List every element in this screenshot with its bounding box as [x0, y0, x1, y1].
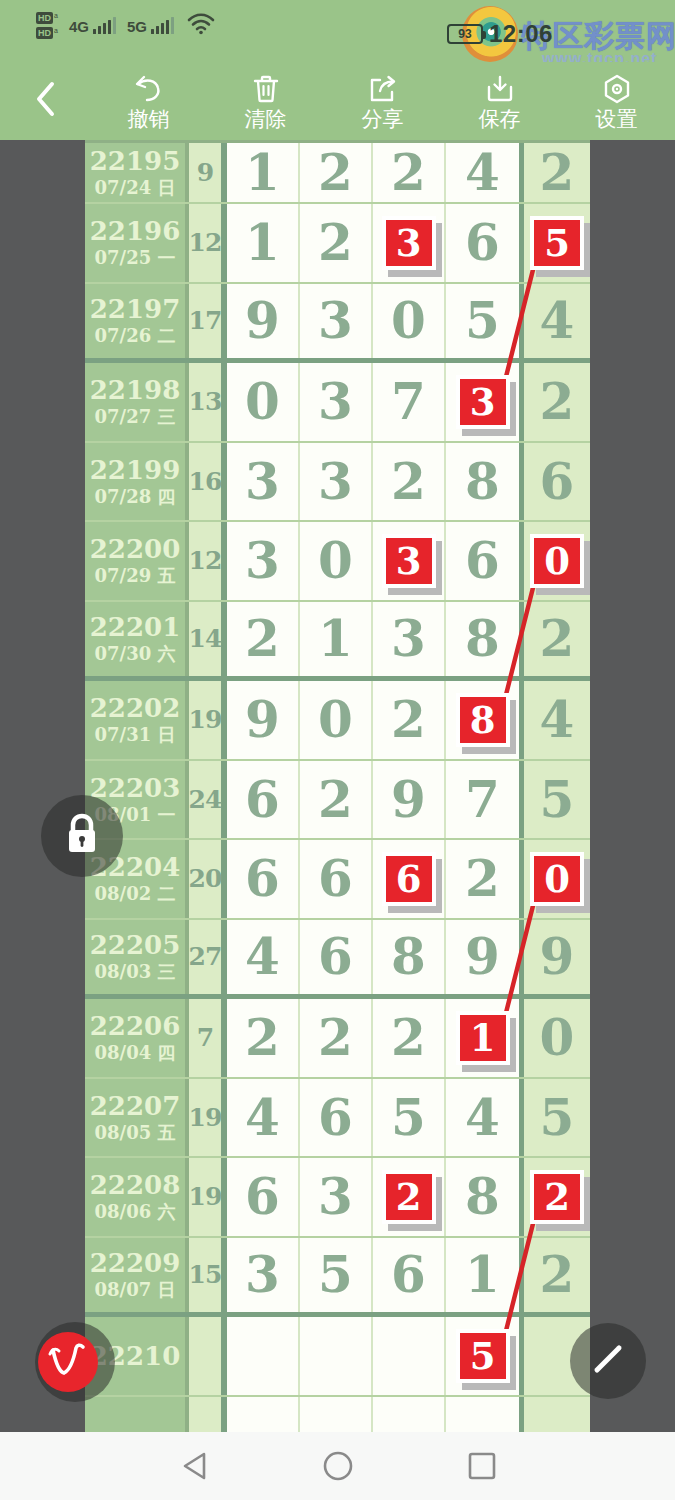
marked-number[interactable]: 3: [382, 534, 436, 588]
digit-cell[interactable]: 1: [227, 204, 300, 282]
sum-cell: [189, 1397, 227, 1433]
signature-tool-button[interactable]: [35, 1322, 115, 1402]
sum-cell: 19: [189, 681, 227, 759]
digit-cell[interactable]: 1: [227, 143, 300, 202]
signature-red-circle[interactable]: [38, 1332, 98, 1392]
last-digit-cell[interactable]: 2: [524, 602, 590, 677]
marked-number[interactable]: 2: [530, 1170, 584, 1224]
sum-cell: 17: [189, 284, 227, 359]
digit-cell[interactable]: 6: [446, 522, 524, 600]
issue-cell: 2220808/06 六: [85, 1158, 189, 1236]
toolbar: 撤销 清除 分享 保存: [0, 62, 675, 140]
issue-number: 22195: [90, 146, 180, 176]
digit-cell[interactable]: 8: [446, 443, 524, 521]
digit-cell[interactable]: 6: [227, 840, 300, 918]
sum-cell: 9: [189, 143, 227, 202]
digit-cell[interactable]: 0: [373, 284, 446, 359]
undo-icon: [132, 73, 166, 105]
issue-cell: 2220608/04 四: [85, 999, 189, 1077]
digit-cell[interactable]: 1: [446, 999, 524, 1077]
issue-cell: 2220107/30 六: [85, 602, 189, 677]
issue-number: 22197: [90, 294, 180, 324]
digit-cell[interactable]: 3: [373, 602, 446, 677]
issue-number: 22196: [90, 216, 180, 246]
back-button[interactable]: [0, 62, 90, 140]
digit-cell[interactable]: 8: [373, 920, 446, 995]
last-digit-cell[interactable]: 0: [524, 999, 590, 1077]
chart-row: 222105: [85, 1317, 590, 1397]
issue-number: 22209: [90, 1248, 180, 1278]
status-bar: 特区彩票网 www.tqcp.net HDa HDa 4G 5G: [0, 0, 675, 62]
issue-date: 08/03 三: [95, 960, 176, 983]
issue-date: 07/28 四: [95, 485, 176, 508]
lock-icon: [62, 812, 102, 860]
chart-row-partial: [85, 1397, 590, 1433]
sum-cell: 12: [189, 204, 227, 282]
issue-date: 07/24 日: [95, 176, 176, 199]
digit-cell[interactable]: 8: [446, 602, 524, 677]
marked-number[interactable]: 0: [530, 534, 584, 588]
marked-number[interactable]: 8: [456, 693, 510, 747]
last-digit-cell: [524, 1397, 590, 1433]
digit-cell[interactable]: 7: [446, 761, 524, 839]
issue-number: 22201: [90, 612, 180, 642]
issue-number: 22203: [90, 773, 180, 803]
signal-bars-icon: [151, 17, 174, 34]
last-digit-cell[interactable]: 4: [524, 284, 590, 359]
digit-cell[interactable]: 3: [227, 443, 300, 521]
trend-chart: 2219507/24 日9122422219607/25 一1212365221…: [85, 140, 590, 1432]
last-digit-cell[interactable]: 9: [524, 920, 590, 995]
sum-cell: 7: [189, 999, 227, 1077]
nav-recents-button[interactable]: [464, 1448, 500, 1484]
issue-cell: 2219907/28 四: [85, 443, 189, 521]
sum-cell: 24: [189, 761, 227, 839]
issue-date: 08/06 六: [95, 1200, 176, 1223]
chart-row: 2220608/04 四722210: [85, 999, 590, 1079]
digit-cell: [300, 1397, 373, 1433]
last-digit-cell[interactable]: 5: [524, 1079, 590, 1157]
digit-cell[interactable]: 2: [227, 602, 300, 677]
issue-date: 08/07 日: [95, 1278, 176, 1301]
issue-cell: 2220708/05 五: [85, 1079, 189, 1157]
chart-row: 2220508/03 三2746899: [85, 920, 590, 1000]
digit-cell[interactable]: 5: [300, 1238, 373, 1313]
digit-cell[interactable]: 5: [446, 284, 524, 359]
share-label: 分享: [362, 108, 404, 130]
pen-line-icon: [585, 1336, 631, 1386]
signal-4g: 4G: [69, 17, 116, 34]
issue-number: 22202: [90, 693, 180, 723]
last-digit-cell[interactable]: 5: [524, 204, 590, 282]
save-label: 保存: [479, 108, 521, 130]
digit-cell[interactable]: 0: [227, 363, 300, 441]
chart-row: 2220308/01 一2462975: [85, 761, 590, 841]
clear-button[interactable]: 清除: [207, 62, 324, 140]
digit-cell[interactable]: 2: [300, 204, 373, 282]
issue-number: 22207: [90, 1091, 180, 1121]
digit-cell[interactable]: 2: [373, 143, 446, 202]
signal-bars-icon: [93, 17, 116, 34]
sum-cell: 20: [189, 840, 227, 918]
sum-cell: 13: [189, 363, 227, 441]
issue-cell: 2220508/03 三: [85, 920, 189, 995]
signal-5g: 5G: [127, 17, 174, 34]
sum-cell: 19: [189, 1158, 227, 1236]
issue-cell: 2220908/07 日: [85, 1238, 189, 1313]
digit-cell[interactable]: [373, 1317, 446, 1395]
wifi-icon: [187, 12, 215, 39]
digit-cell[interactable]: 2: [373, 1158, 446, 1236]
digit-cell[interactable]: 6: [300, 920, 373, 995]
last-digit-cell[interactable]: 2: [524, 363, 590, 441]
status-left-cluster: HDa HDa 4G 5G: [36, 12, 215, 39]
issue-cell: 2220007/29 五: [85, 522, 189, 600]
digit-cell[interactable]: 9: [446, 920, 524, 995]
hd-badges: HDa HDa: [36, 12, 58, 39]
digit-cell[interactable]: 2: [446, 840, 524, 918]
digit-cell[interactable]: 2: [373, 443, 446, 521]
hd-icon: HD: [36, 27, 53, 39]
digit-cell: [446, 1397, 524, 1433]
digit-cell[interactable]: 2: [373, 999, 446, 1077]
digit-cell[interactable]: 3: [227, 1238, 300, 1313]
digit-cell[interactable]: 1: [300, 602, 373, 677]
chart-row: 2220107/30 六1421382: [85, 602, 590, 682]
digit-cell[interactable]: [300, 1317, 373, 1395]
last-digit-cell[interactable]: 2: [524, 1158, 590, 1236]
issue-number: 22199: [90, 455, 180, 485]
digit-cell[interactable]: 8: [446, 681, 524, 759]
signature-v-icon: [46, 1340, 90, 1384]
digit-cell[interactable]: 4: [446, 143, 524, 202]
digit-cell[interactable]: 2: [300, 999, 373, 1077]
digit-cell[interactable]: 7: [373, 363, 446, 441]
digit-cell[interactable]: 9: [227, 284, 300, 359]
digit-cell[interactable]: [227, 1317, 300, 1395]
battery-icon: 93: [447, 24, 483, 44]
digit-cell[interactable]: 6: [446, 204, 524, 282]
digit-cell[interactable]: 6: [300, 1079, 373, 1157]
last-digit-cell[interactable]: 6: [524, 443, 590, 521]
issue-cell: 2219507/24 日: [85, 143, 189, 202]
marked-number[interactable]: 5: [456, 1329, 510, 1383]
save-button[interactable]: 保存: [441, 62, 558, 140]
issue-date: 08/02 二: [95, 882, 176, 905]
share-icon: [366, 73, 400, 105]
issue-number: 22200: [90, 534, 180, 564]
digit-cell[interactable]: 3: [300, 284, 373, 359]
last-digit-cell[interactable]: 2: [524, 143, 590, 202]
status-time: 12:06: [489, 20, 553, 48]
undo-label: 撤销: [128, 108, 170, 130]
digit-cell[interactable]: 6: [300, 840, 373, 918]
digit-cell[interactable]: 5: [446, 1317, 524, 1395]
digit-cell[interactable]: 0: [300, 522, 373, 600]
digit-cell[interactable]: 3: [300, 363, 373, 441]
sum-cell: 16: [189, 443, 227, 521]
clear-label: 清除: [245, 108, 287, 130]
marked-number[interactable]: 3: [382, 216, 436, 270]
issue-cell: 2220207/31 日: [85, 681, 189, 759]
chart-row: 2220908/07 日1535612: [85, 1238, 590, 1318]
marked-number[interactable]: 1: [456, 1011, 510, 1065]
settings-gear-icon: [601, 73, 633, 105]
digit-cell[interactable]: 3: [373, 522, 446, 600]
marked-number[interactable]: 5: [530, 216, 584, 270]
chart-row: 2220708/05 五1946545: [85, 1079, 590, 1159]
chart-row: 2219607/25 一1212365: [85, 204, 590, 284]
last-digit-cell[interactable]: 2: [524, 1238, 590, 1313]
sum-cell: 15: [189, 1238, 227, 1313]
chart-row: 2219807/27 三1303732: [85, 363, 590, 443]
digit-cell[interactable]: 0: [300, 681, 373, 759]
last-digit-cell[interactable]: 4: [524, 681, 590, 759]
share-button[interactable]: 分享: [324, 62, 441, 140]
issue-cell: 2219707/26 二: [85, 284, 189, 359]
nav-home-button[interactable]: [320, 1448, 356, 1484]
issue-date: 07/25 一: [95, 246, 176, 269]
marked-number[interactable]: 2: [382, 1170, 436, 1224]
chart-row: 2219907/28 四1633286: [85, 443, 590, 523]
sum-cell: 19: [189, 1079, 227, 1157]
digit-cell[interactable]: 4: [446, 1079, 524, 1157]
chart-row: 2220808/06 六1963282: [85, 1158, 590, 1238]
hd-icon: HD: [36, 12, 53, 24]
digit-cell[interactable]: 1: [446, 1238, 524, 1313]
digit-cell[interactable]: 3: [446, 363, 524, 441]
issue-cell: 2219807/27 三: [85, 363, 189, 441]
issue-date: 07/30 六: [95, 642, 176, 665]
issue-number: 22205: [90, 930, 180, 960]
digit-cell[interactable]: 4: [227, 1079, 300, 1157]
sum-cell: 14: [189, 602, 227, 677]
digit-cell[interactable]: 6: [373, 840, 446, 918]
marked-number[interactable]: 6: [382, 852, 436, 906]
digit-cell[interactable]: 3: [300, 443, 373, 521]
nav-back-button[interactable]: [176, 1448, 212, 1484]
settings-label: 设置: [596, 108, 638, 130]
issue-date: 07/26 二: [95, 324, 176, 347]
digit-cell[interactable]: 6: [373, 1238, 446, 1313]
digit-cell[interactable]: 5: [373, 1079, 446, 1157]
chart-board: 2219507/24 日9122422219607/25 一1212365221…: [0, 140, 675, 1432]
marked-number[interactable]: 0: [530, 852, 584, 906]
trash-icon: [250, 73, 282, 105]
marked-number[interactable]: 3: [456, 375, 510, 429]
digit-cell[interactable]: 6: [227, 761, 300, 839]
chart-row: 2220007/29 五1230360: [85, 522, 590, 602]
last-digit-cell[interactable]: 0: [524, 840, 590, 918]
lock-button[interactable]: [41, 795, 123, 877]
issue-number: 22208: [90, 1170, 180, 1200]
last-digit-cell[interactable]: 0: [524, 522, 590, 600]
digit-cell[interactable]: 2: [300, 761, 373, 839]
digit-cell[interactable]: 2: [373, 681, 446, 759]
app-screen: 特区彩票网 www.tqcp.net HDa HDa 4G 5G: [0, 0, 675, 1500]
issue-date: 07/31 日: [95, 723, 176, 746]
net-4g-label: 4G: [69, 20, 89, 34]
digit-cell[interactable]: 2: [227, 999, 300, 1077]
sum-cell: 27: [189, 920, 227, 995]
draw-line-tool-button[interactable]: [570, 1323, 646, 1399]
net-5g-label: 5G: [127, 20, 147, 34]
android-nav-bar: [0, 1432, 675, 1500]
battery-percent: 93: [458, 27, 471, 41]
digit-cell[interactable]: 2: [300, 143, 373, 202]
digit-cell[interactable]: 6: [227, 1158, 300, 1236]
issue-cell: [85, 1397, 189, 1433]
issue-date: 08/05 五: [95, 1121, 176, 1144]
digit-cell: [373, 1397, 446, 1433]
issue-number: 22206: [90, 1011, 180, 1041]
issue-date: 08/04 四: [95, 1041, 176, 1064]
chart-row: 2219707/26 二1793054: [85, 284, 590, 364]
digit-cell[interactable]: 3: [300, 1158, 373, 1236]
save-download-icon: [483, 73, 517, 105]
last-digit-cell[interactable]: 5: [524, 761, 590, 839]
settings-button[interactable]: 设置: [558, 62, 675, 140]
digit-cell[interactable]: 9: [373, 761, 446, 839]
issue-number: 22198: [90, 375, 180, 405]
issue-cell: 2219607/25 一: [85, 204, 189, 282]
digit-cell[interactable]: 4: [227, 920, 300, 995]
digit-cell[interactable]: 8: [446, 1158, 524, 1236]
sum-cell: 12: [189, 522, 227, 600]
chart-row: 2220408/02 二2066620: [85, 840, 590, 920]
digit-cell[interactable]: 3: [373, 204, 446, 282]
issue-date: 07/27 三: [95, 405, 176, 428]
issue-date: 07/29 五: [95, 564, 176, 587]
digit-cell[interactable]: 3: [227, 522, 300, 600]
back-chevron-icon: [33, 79, 57, 123]
chart-row: 2219507/24 日912242: [85, 143, 590, 204]
chart-row: 2220207/31 日1990284: [85, 681, 590, 761]
sum-cell: [189, 1317, 227, 1395]
digit-cell[interactable]: 9: [227, 681, 300, 759]
digit-cell: [227, 1397, 300, 1433]
undo-button[interactable]: 撤销: [90, 62, 207, 140]
status-right-cluster: 93 12:06: [447, 20, 553, 48]
